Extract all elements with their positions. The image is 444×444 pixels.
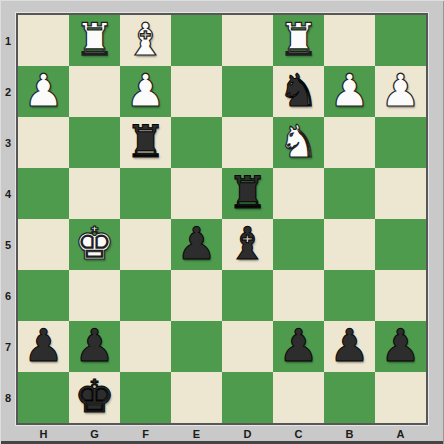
square-c3[interactable]: ♞ <box>273 117 324 168</box>
file-labels: HGFEDCBA <box>18 425 426 442</box>
square-h5[interactable] <box>18 219 69 270</box>
file-label-b: B <box>324 425 375 442</box>
square-e6[interactable] <box>171 270 222 321</box>
piece-black-pawn[interactable]: ♟ <box>380 320 420 371</box>
square-g3[interactable] <box>69 117 120 168</box>
square-d5[interactable]: ♝ <box>222 219 273 270</box>
square-h7[interactable]: ♟ <box>18 321 69 372</box>
square-f1[interactable]: ♝ <box>120 15 171 66</box>
square-a4[interactable] <box>375 168 426 219</box>
square-g1[interactable]: ♜ <box>69 15 120 66</box>
piece-black-bishop[interactable]: ♝ <box>227 218 267 269</box>
piece-white-rook[interactable]: ♜ <box>278 14 318 65</box>
piece-white-pawn[interactable]: ♟ <box>23 65 63 116</box>
rank-label-3: 3 <box>0 117 16 168</box>
square-g6[interactable] <box>69 270 120 321</box>
square-h2[interactable]: ♟ <box>18 66 69 117</box>
square-e2[interactable] <box>171 66 222 117</box>
piece-black-pawn[interactable]: ♟ <box>278 320 318 371</box>
rank-label-4: 4 <box>0 168 16 219</box>
board-frame: 12345678 ♜♝♜♟♟♞♟♟♜♞♜♚♟♝♟♟♟♟♟♚ HGFEDCBA <box>0 0 444 444</box>
square-e3[interactable] <box>171 117 222 168</box>
piece-black-pawn[interactable]: ♟ <box>176 218 216 269</box>
square-f6[interactable] <box>120 270 171 321</box>
piece-white-pawn[interactable]: ♟ <box>380 65 420 116</box>
piece-black-knight[interactable]: ♞ <box>278 65 318 116</box>
piece-white-rook[interactable]: ♜ <box>74 14 114 65</box>
square-a7[interactable]: ♟ <box>375 321 426 372</box>
piece-white-bishop[interactable]: ♝ <box>125 14 165 65</box>
piece-white-king[interactable]: ♚ <box>74 218 114 269</box>
piece-black-pawn[interactable]: ♟ <box>74 320 114 371</box>
square-b3[interactable] <box>324 117 375 168</box>
square-h3[interactable] <box>18 117 69 168</box>
file-label-f: F <box>120 425 171 442</box>
square-a2[interactable]: ♟ <box>375 66 426 117</box>
piece-white-pawn[interactable]: ♟ <box>125 65 165 116</box>
square-c8[interactable] <box>273 372 324 423</box>
piece-black-rook[interactable]: ♜ <box>125 116 165 167</box>
file-label-e: E <box>171 425 222 442</box>
square-a5[interactable] <box>375 219 426 270</box>
square-c4[interactable] <box>273 168 324 219</box>
square-h8[interactable] <box>18 372 69 423</box>
square-c6[interactable] <box>273 270 324 321</box>
rank-label-8: 8 <box>0 372 16 423</box>
file-label-h: H <box>18 425 69 442</box>
rank-label-6: 6 <box>0 270 16 321</box>
rank-label-7: 7 <box>0 321 16 372</box>
square-h1[interactable] <box>18 15 69 66</box>
piece-white-pawn[interactable]: ♟ <box>329 65 369 116</box>
square-d4[interactable]: ♜ <box>222 168 273 219</box>
square-e8[interactable] <box>171 372 222 423</box>
square-f8[interactable] <box>120 372 171 423</box>
file-label-d: D <box>222 425 273 442</box>
square-a3[interactable] <box>375 117 426 168</box>
square-d1[interactable] <box>222 15 273 66</box>
rank-label-5: 5 <box>0 219 16 270</box>
square-c2[interactable]: ♞ <box>273 66 324 117</box>
square-c5[interactable] <box>273 219 324 270</box>
square-d3[interactable] <box>222 117 273 168</box>
square-b1[interactable] <box>324 15 375 66</box>
square-e1[interactable] <box>171 15 222 66</box>
square-g7[interactable]: ♟ <box>69 321 120 372</box>
square-a1[interactable] <box>375 15 426 66</box>
file-label-c: C <box>273 425 324 442</box>
square-c7[interactable]: ♟ <box>273 321 324 372</box>
square-b5[interactable] <box>324 219 375 270</box>
square-f3[interactable]: ♜ <box>120 117 171 168</box>
piece-black-king[interactable]: ♚ <box>74 371 114 422</box>
square-h4[interactable] <box>18 168 69 219</box>
square-e4[interactable] <box>171 168 222 219</box>
piece-black-pawn[interactable]: ♟ <box>329 320 369 371</box>
square-d7[interactable] <box>222 321 273 372</box>
square-b7[interactable]: ♟ <box>324 321 375 372</box>
square-f2[interactable]: ♟ <box>120 66 171 117</box>
square-e5[interactable]: ♟ <box>171 219 222 270</box>
square-b2[interactable]: ♟ <box>324 66 375 117</box>
square-d2[interactable] <box>222 66 273 117</box>
square-d8[interactable] <box>222 372 273 423</box>
square-h6[interactable] <box>18 270 69 321</box>
square-a8[interactable] <box>375 372 426 423</box>
square-g8[interactable]: ♚ <box>69 372 120 423</box>
rank-label-2: 2 <box>0 66 16 117</box>
square-b6[interactable] <box>324 270 375 321</box>
square-e7[interactable] <box>171 321 222 372</box>
square-b8[interactable] <box>324 372 375 423</box>
piece-black-pawn[interactable]: ♟ <box>23 320 63 371</box>
square-f7[interactable] <box>120 321 171 372</box>
square-d6[interactable] <box>222 270 273 321</box>
file-label-a: A <box>375 425 426 442</box>
piece-white-knight[interactable]: ♞ <box>278 116 318 167</box>
square-f5[interactable] <box>120 219 171 270</box>
square-a6[interactable] <box>375 270 426 321</box>
file-label-g: G <box>69 425 120 442</box>
square-f4[interactable] <box>120 168 171 219</box>
square-g5[interactable]: ♚ <box>69 219 120 270</box>
square-g4[interactable] <box>69 168 120 219</box>
square-c1[interactable]: ♜ <box>273 15 324 66</box>
rank-labels: 12345678 <box>0 15 16 423</box>
rank-label-1: 1 <box>0 15 16 66</box>
square-g2[interactable] <box>69 66 120 117</box>
square-b4[interactable] <box>324 168 375 219</box>
piece-black-rook[interactable]: ♜ <box>227 167 267 218</box>
chess-board[interactable]: ♜♝♜♟♟♞♟♟♜♞♜♚♟♝♟♟♟♟♟♚ <box>16 13 428 425</box>
